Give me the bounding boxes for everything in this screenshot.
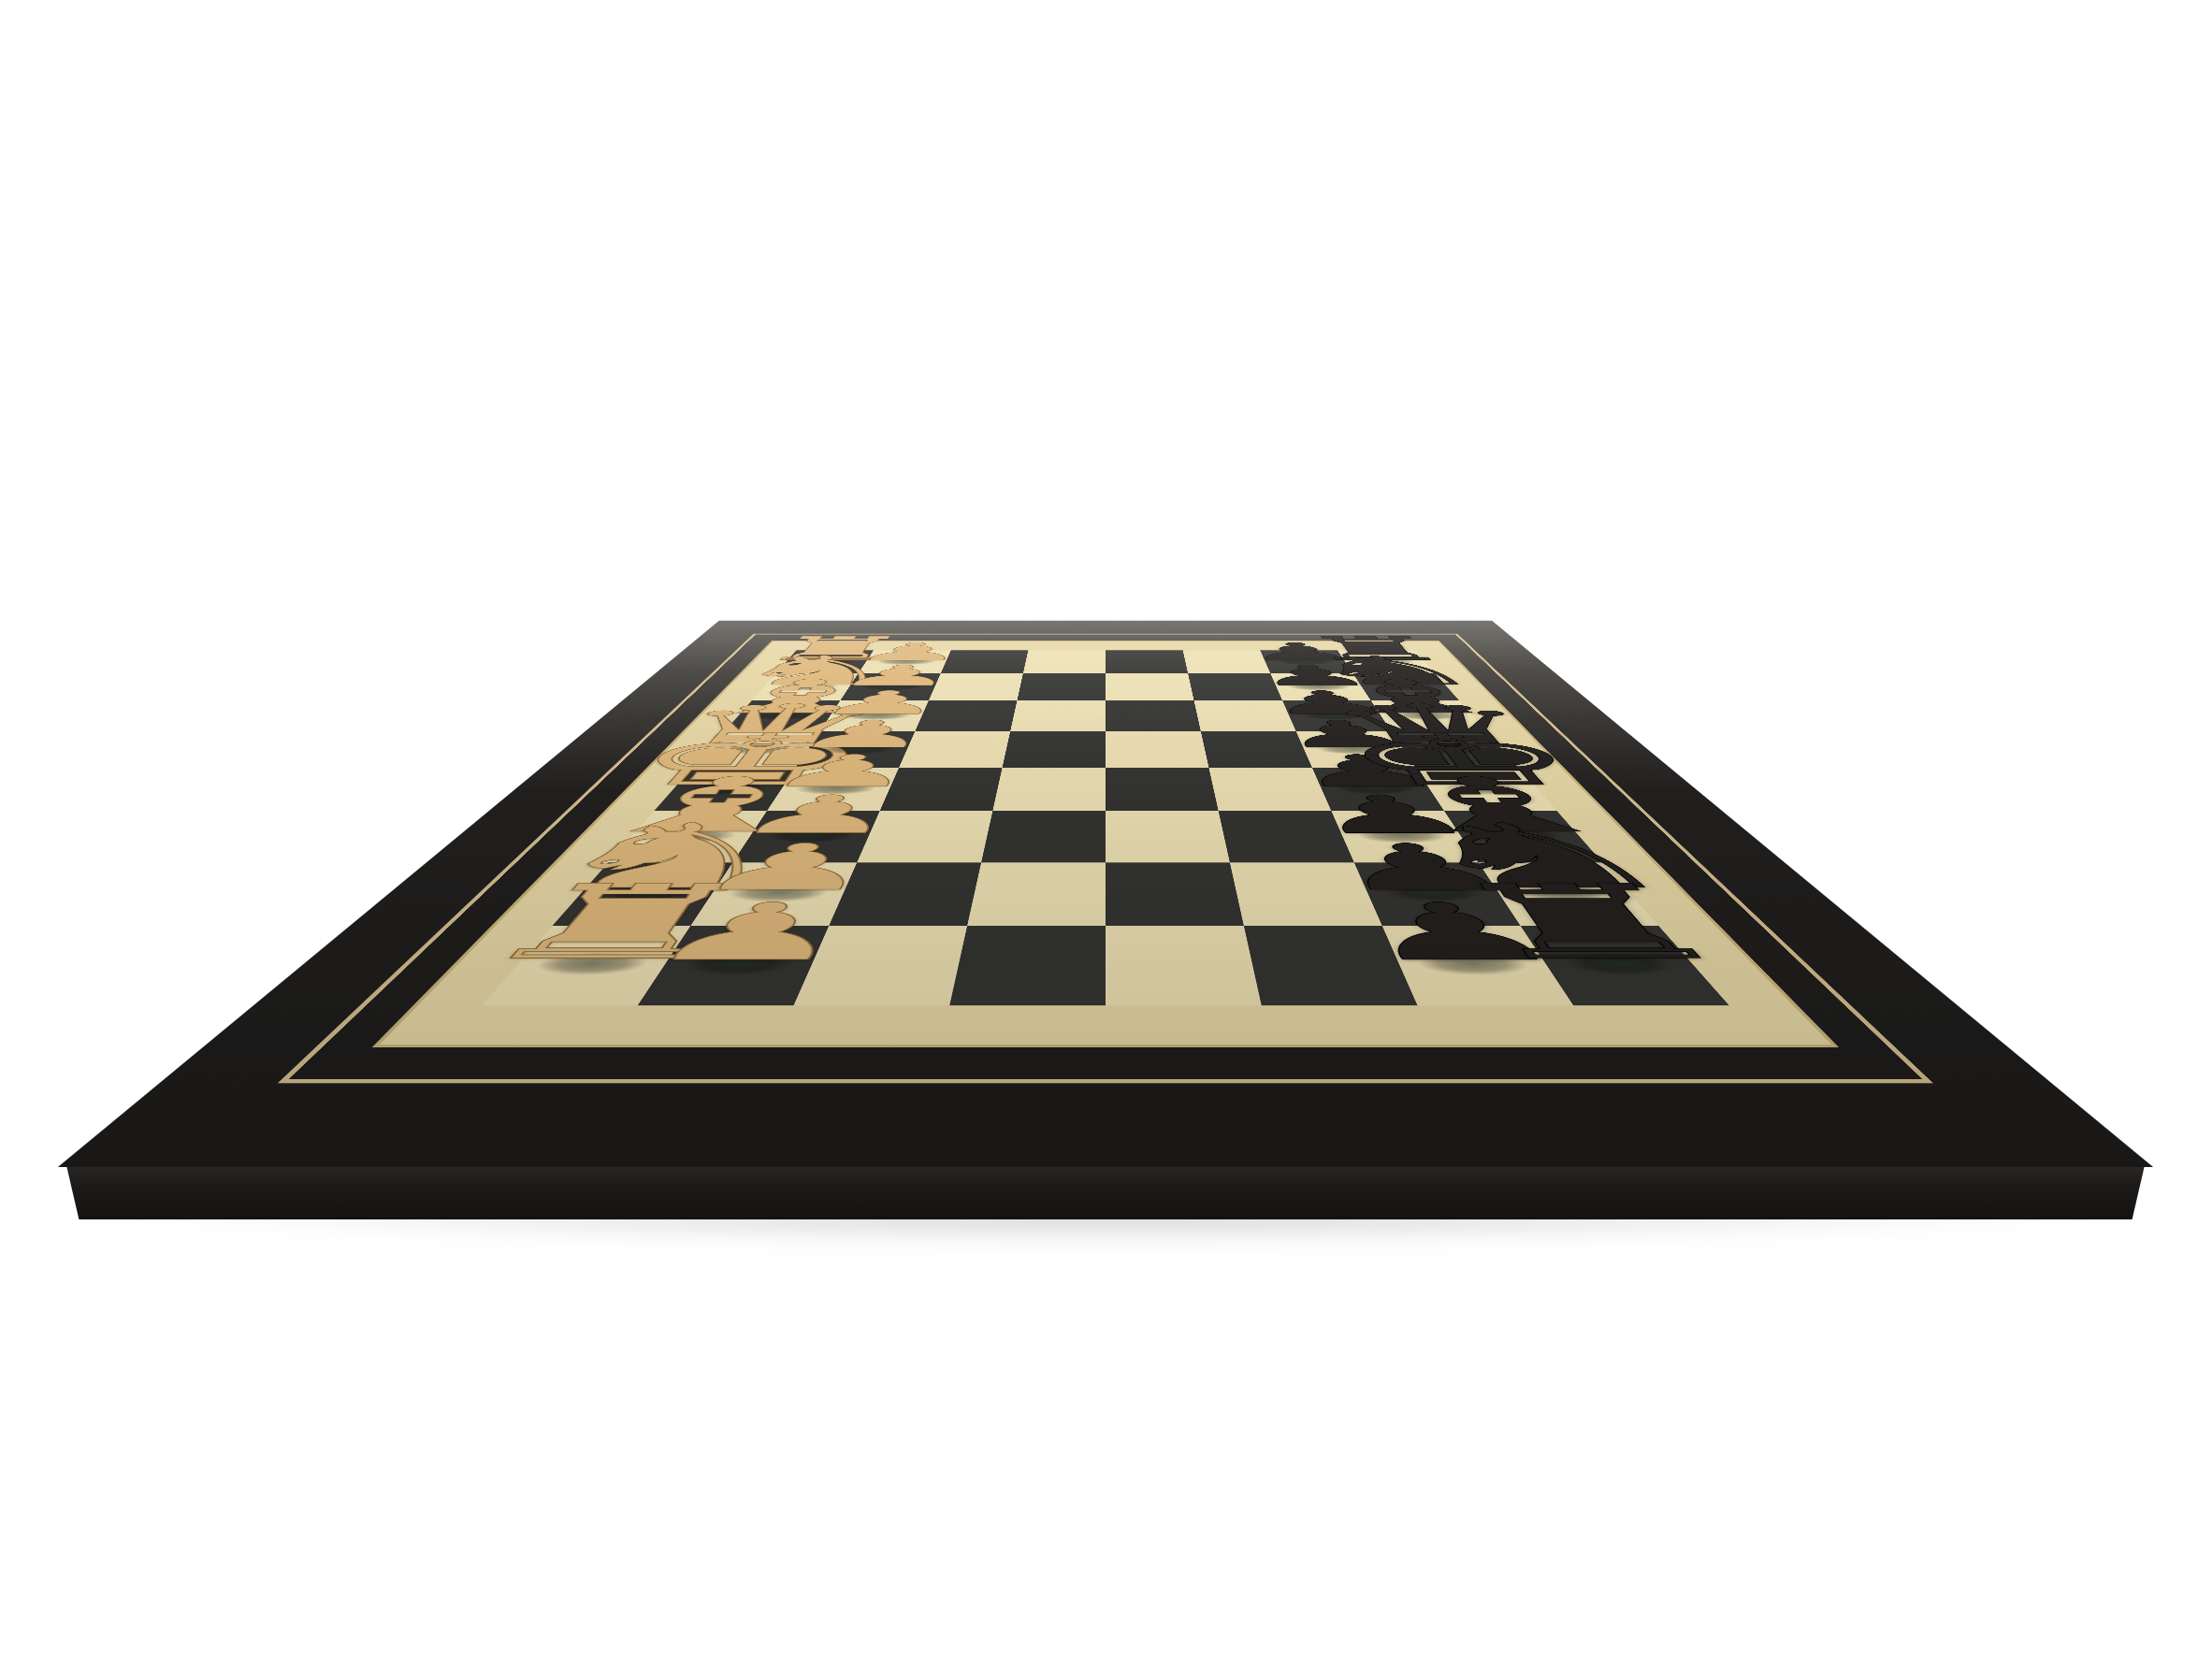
square-h5[interactable]: [1106, 926, 1262, 1005]
square-c4[interactable]: [1010, 700, 1106, 731]
square-g4[interactable]: [967, 862, 1106, 926]
chess-board: ♜♞♝♛♚♝♞♜♟♟♟♟♟♟♟♟♟♟♟♟♟♟♟♟♜♞♝♛♚♝♞♜: [58, 621, 2153, 1167]
square-a5[interactable]: [1106, 650, 1188, 673]
square-e5[interactable]: [1106, 768, 1219, 811]
square-b5[interactable]: [1106, 673, 1194, 700]
square-g5[interactable]: [1106, 862, 1244, 926]
square-d5[interactable]: [1106, 731, 1208, 768]
square-c5[interactable]: [1106, 700, 1201, 731]
square-b4[interactable]: [1017, 673, 1106, 700]
piece-black-rook-h8[interactable]: ♜: [1511, 912, 1693, 963]
piece-white-pawn-h2[interactable]: ♟: [665, 912, 834, 963]
square-e4[interactable]: [992, 768, 1106, 811]
square-f4[interactable]: [981, 811, 1106, 862]
square-d4[interactable]: [1003, 731, 1106, 768]
square-f5[interactable]: [1106, 811, 1230, 862]
board-side-edge: [58, 1165, 2153, 1219]
square-a4[interactable]: [1023, 650, 1106, 673]
square-h4[interactable]: [949, 926, 1106, 1005]
photo-scene: ♜♞♝♛♚♝♞♜♟♟♟♟♟♟♟♟♟♟♟♟♟♟♟♟♜♞♝♛♚♝♞♜: [0, 0, 2212, 1658]
